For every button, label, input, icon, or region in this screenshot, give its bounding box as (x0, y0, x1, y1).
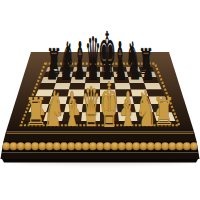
piece-white-rook-h1[interactable]: ♜ (153, 93, 175, 131)
piece-white-knight-b1[interactable]: ♞ (43, 84, 64, 133)
chess-set-photo: ♜♞♝♛♚♝♞♜♟♟♟♟♟♟♟♟♟♟♟♟♟♟♟♟♜♞♝♛♚♝♞♜ (0, 0, 200, 200)
piece-white-queen-d1[interactable]: ♛ (82, 80, 100, 135)
piece-white-bishop-c1[interactable]: ♝ (64, 85, 80, 133)
piece-white-bishop-f1[interactable]: ♝ (119, 85, 135, 133)
pieces-layer: ♜♞♝♛♚♝♞♜♟♟♟♟♟♟♟♟♟♟♟♟♟♟♟♟♜♞♝♛♚♝♞♜ (0, 0, 200, 200)
piece-white-king-e1[interactable]: ♚ (100, 73, 119, 136)
